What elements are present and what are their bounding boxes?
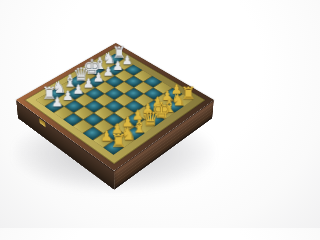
- piece-gold-rook[interactable]: ♜: [110, 132, 124, 150]
- photo-scene: ♜♞♝♛♚♝♞♜♟♟♟♟♟♟♟♟♟♟♟♟♟♟♟♟♜♞♝♛♚♝♞♜: [0, 0, 228, 228]
- chess-case: ♜♞♝♛♚♝♞♜♟♟♟♟♟♟♟♟♟♟♟♟♟♟♟♟♜♞♝♛♚♝♞♜: [16, 43, 214, 171]
- case-lid-top: ♜♞♝♛♚♝♞♜♟♟♟♟♟♟♟♟♟♟♟♟♟♟♟♟♜♞♝♛♚♝♞♜: [16, 43, 214, 171]
- board-frame: ♜♞♝♛♚♝♞♜♟♟♟♟♟♟♟♟♟♟♟♟♟♟♟♟♜♞♝♛♚♝♞♜: [24, 47, 205, 164]
- piece-silver-pawn[interactable]: ♟: [51, 95, 64, 108]
- product-photo: { "game": { "name": "chess", "descriptio…: [0, 0, 228, 228]
